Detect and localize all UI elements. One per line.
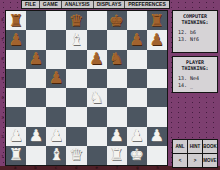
square-b1[interactable]	[26, 146, 46, 165]
square-b2[interactable]: ♟	[26, 127, 46, 146]
square-f5[interactable]	[107, 69, 127, 88]
file-coordinates: abcdefgh	[5, 165, 168, 170]
square-h6[interactable]	[147, 50, 167, 69]
file-label-g: g	[127, 165, 147, 170]
square-h3[interactable]	[147, 107, 167, 126]
piece-black-king: ♚	[110, 13, 124, 29]
square-h4[interactable]	[147, 88, 167, 107]
square-f6[interactable]: ♞	[107, 50, 127, 69]
piece-white-bishop: ♝	[49, 147, 63, 163]
piece-black-pawn: ♟	[9, 32, 23, 48]
player-thinking-panel: PLAYER THINKING: 13. Ne4 14. _	[172, 56, 218, 93]
piece-white-pawn: ♟	[150, 128, 164, 144]
piece-black-knight: ♞	[110, 51, 124, 67]
app-window: FILE GAME ANALYSIS DISPLAYS PREFERENCES …	[0, 0, 220, 170]
piece-white-pawn: ♟	[29, 128, 43, 144]
square-e4[interactable]: ♞	[87, 88, 107, 107]
square-a6[interactable]	[6, 50, 26, 69]
forward-button[interactable]: >	[188, 154, 202, 167]
square-e6[interactable]: ♟	[87, 50, 107, 69]
file-label-f: f	[107, 165, 127, 170]
piece-black-pawn: ♟	[89, 51, 103, 67]
square-b3[interactable]	[26, 107, 46, 126]
player-move-line: 13. Ne4	[174, 75, 216, 82]
chess-board: ♜♛♚♜♟♝♟♟♟♟♞♟♞♟♟♟♟♟♟♜♝♛♜♚	[5, 10, 168, 166]
square-g8[interactable]	[127, 11, 147, 30]
square-d2[interactable]	[66, 127, 86, 146]
menu-item-game[interactable]: GAME	[40, 1, 62, 8]
square-f1[interactable]: ♜	[107, 146, 127, 165]
square-f4[interactable]	[107, 88, 127, 107]
square-g5[interactable]	[127, 69, 147, 88]
back-button[interactable]: <	[173, 154, 187, 167]
computer-move-line: 13. Nf6	[174, 36, 216, 43]
square-b4[interactable]	[26, 88, 46, 107]
square-h2[interactable]: ♟	[147, 127, 167, 146]
square-c2[interactable]: ♟	[46, 127, 66, 146]
menu-bar: FILE GAME ANALYSIS DISPLAYS PREFERENCES	[21, 0, 170, 9]
square-c3[interactable]	[46, 107, 66, 126]
square-a8[interactable]: ♜	[6, 11, 26, 30]
computer-panel-title-line2: THINKING:	[174, 19, 216, 25]
square-e5[interactable]	[87, 69, 107, 88]
square-h5[interactable]	[147, 69, 167, 88]
square-a7[interactable]: ♟	[6, 30, 26, 49]
square-a4[interactable]	[6, 88, 26, 107]
square-f8[interactable]: ♚	[107, 11, 127, 30]
square-e1[interactable]	[87, 146, 107, 165]
square-d6[interactable]	[66, 50, 86, 69]
square-e8[interactable]	[87, 11, 107, 30]
square-f2[interactable]: ♟	[107, 127, 127, 146]
square-h8[interactable]: ♜	[147, 11, 167, 30]
move-button[interactable]: MOVE	[203, 154, 217, 167]
square-b5[interactable]	[26, 69, 46, 88]
square-g7[interactable]: ♟	[127, 30, 147, 49]
player-move-list: 13. Ne4 14. _	[174, 75, 216, 89]
square-d7[interactable]: ♝	[66, 30, 86, 49]
piece-white-knight: ♞	[89, 90, 103, 106]
square-a5[interactable]	[6, 69, 26, 88]
computer-move-list: 12. b6 13. Nf6	[174, 29, 216, 43]
square-c7[interactable]	[46, 30, 66, 49]
piece-black-queen: ♛	[69, 13, 83, 29]
analysis-button[interactable]: ANL	[173, 140, 187, 153]
square-a3[interactable]	[6, 107, 26, 126]
piece-white-queen: ♛	[69, 147, 83, 163]
piece-white-pawn: ♟	[9, 128, 23, 144]
computer-thinking-panel: COMPUTER THINKING: 12. b6 13. Nf6	[172, 10, 218, 53]
square-g1[interactable]: ♚	[127, 146, 147, 165]
piece-black-pawn: ♟	[29, 51, 43, 67]
square-d1[interactable]: ♛	[66, 146, 86, 165]
square-e2[interactable]	[87, 127, 107, 146]
square-a2[interactable]: ♟	[6, 127, 26, 146]
square-c5[interactable]: ♟	[46, 69, 66, 88]
square-d3[interactable]	[66, 107, 86, 126]
file-label-b: b	[25, 165, 45, 170]
square-b8[interactable]	[26, 11, 46, 30]
square-a1[interactable]: ♜	[6, 146, 26, 165]
piece-white-bishop: ♝	[69, 32, 83, 48]
piece-black-pawn: ♟	[49, 70, 63, 86]
menu-item-file[interactable]: FILE	[22, 1, 40, 8]
piece-white-king: ♚	[130, 147, 144, 163]
file-label-d: d	[66, 165, 86, 170]
square-b6[interactable]: ♟	[26, 50, 46, 69]
piece-black-rook: ♜	[150, 13, 164, 29]
piece-white-pawn: ♟	[49, 128, 63, 144]
file-label-a: a	[5, 165, 25, 170]
square-e7[interactable]	[87, 30, 107, 49]
book-button[interactable]: BOOK	[203, 140, 217, 153]
square-c6[interactable]	[46, 50, 66, 69]
square-g2[interactable]: ♟	[127, 127, 147, 146]
piece-black-rook: ♜	[9, 13, 23, 29]
square-g4[interactable]	[127, 88, 147, 107]
square-f7[interactable]	[107, 30, 127, 49]
square-c8[interactable]	[46, 11, 66, 30]
piece-black-pawn: ♟	[130, 32, 144, 48]
menu-item-preferences[interactable]: PREFERENCES	[125, 1, 169, 8]
square-e3[interactable]	[87, 107, 107, 126]
file-label-c: c	[46, 165, 66, 170]
square-h7[interactable]: ♟	[147, 30, 167, 49]
computer-move-line: 12. b6	[174, 29, 216, 36]
square-c1[interactable]: ♝	[46, 146, 66, 165]
square-g3[interactable]	[127, 107, 147, 126]
file-label-h: h	[148, 165, 168, 170]
piece-white-pawn: ♟	[130, 128, 144, 144]
square-d4[interactable]	[66, 88, 86, 107]
piece-white-rook: ♜	[110, 147, 124, 163]
piece-white-rook: ♜	[9, 147, 23, 163]
square-b7[interactable]	[26, 30, 46, 49]
file-label-e: e	[87, 165, 107, 170]
control-button-pad: ANL HINT BOOK < > MOVE	[172, 139, 218, 168]
piece-black-pawn: ♟	[150, 32, 164, 48]
player-move-line: 14. _	[174, 82, 216, 89]
piece-white-pawn: ♟	[110, 128, 124, 144]
square-f3[interactable]	[107, 107, 127, 126]
square-c4[interactable]	[46, 88, 66, 107]
player-panel-title-line2: THINKING:	[174, 65, 216, 71]
square-h1[interactable]	[147, 146, 167, 165]
square-d5[interactable]	[66, 69, 86, 88]
hint-button[interactable]: HINT	[188, 140, 202, 153]
menu-item-displays[interactable]: DISPLAYS	[94, 1, 126, 8]
menu-item-analysis[interactable]: ANALYSIS	[62, 1, 94, 8]
square-d8[interactable]: ♛	[66, 11, 86, 30]
square-g6[interactable]	[127, 50, 147, 69]
